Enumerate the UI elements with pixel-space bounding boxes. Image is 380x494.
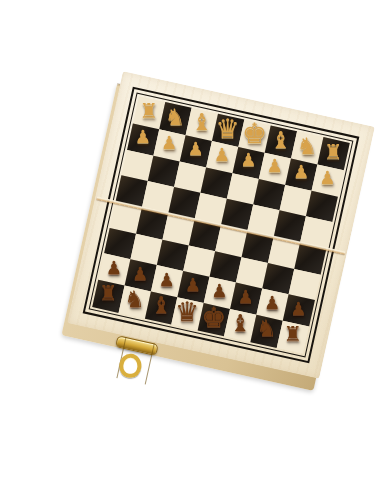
white-pawn: ♟ bbox=[241, 152, 257, 170]
black-pawn: ♟ bbox=[291, 300, 307, 318]
black-rook: ♜ bbox=[99, 284, 118, 305]
black-bishop: ♝ bbox=[151, 294, 172, 317]
clasp-ring-icon bbox=[119, 353, 142, 378]
photo-background: ♜♞♝♛♚♝♞♜♟♟♟♟♟♟♟♟♟♟♟♟♟♟♟♟♜♞♝♛♚♝♞♜ bbox=[0, 0, 380, 494]
black-pawn: ♟ bbox=[106, 259, 122, 277]
white-bishop: ♝ bbox=[271, 128, 292, 151]
box-lid-top: ♜♞♝♛♚♝♞♜♟♟♟♟♟♟♟♟♟♟♟♟♟♟♟♟♜♞♝♛♚♝♞♜ bbox=[67, 71, 375, 379]
white-bishop: ♝ bbox=[191, 111, 212, 134]
white-pawn: ♟ bbox=[135, 128, 151, 146]
board-square: ♛ bbox=[171, 297, 203, 330]
chess-box: ♜♞♝♛♚♝♞♜♟♟♟♟♟♟♟♟♟♟♟♟♟♟♟♟♜♞♝♛♚♝♞♜ bbox=[67, 71, 375, 379]
black-pawn: ♟ bbox=[133, 264, 149, 282]
white-pawn: ♟ bbox=[188, 140, 204, 158]
board-square: ♚ bbox=[238, 120, 270, 153]
black-pawn: ♟ bbox=[238, 288, 254, 306]
black-pawn: ♟ bbox=[185, 276, 201, 294]
white-knight: ♞ bbox=[165, 105, 186, 128]
white-pawn: ♟ bbox=[320, 169, 336, 187]
brass-clasp bbox=[109, 335, 163, 386]
white-rook: ♜ bbox=[140, 100, 159, 121]
black-queen: ♛ bbox=[175, 298, 199, 325]
white-king: ♚ bbox=[242, 120, 267, 148]
black-king: ♚ bbox=[201, 304, 226, 332]
white-queen: ♛ bbox=[216, 115, 240, 142]
black-rook: ♜ bbox=[283, 325, 302, 346]
white-pawn: ♟ bbox=[293, 164, 309, 182]
black-knight: ♞ bbox=[124, 289, 145, 312]
black-pawn: ♟ bbox=[212, 282, 228, 300]
white-knight: ♞ bbox=[297, 134, 318, 157]
board-square: ♚ bbox=[198, 303, 230, 336]
board-square: ♛ bbox=[212, 114, 244, 147]
black-pawn: ♟ bbox=[159, 270, 175, 288]
white-pawn: ♟ bbox=[161, 134, 177, 152]
white-pawn: ♟ bbox=[214, 146, 230, 164]
black-bishop: ♝ bbox=[230, 312, 251, 335]
white-rook: ♜ bbox=[324, 141, 343, 162]
white-pawn: ♟ bbox=[267, 158, 283, 176]
black-pawn: ♟ bbox=[264, 294, 280, 312]
black-knight: ♞ bbox=[256, 318, 277, 341]
